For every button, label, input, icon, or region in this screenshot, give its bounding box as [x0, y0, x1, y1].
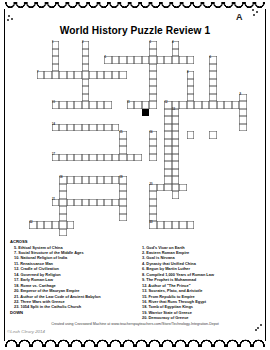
grid-cell[interactable] — [187, 79, 195, 87]
grid-cell[interactable] — [149, 49, 157, 57]
void-cell — [134, 124, 142, 132]
grid-cell[interactable] — [37, 221, 45, 229]
grid-cell[interactable]: 10 — [52, 101, 60, 109]
void-cell — [89, 191, 97, 199]
void-cell — [172, 214, 180, 222]
void-cell — [142, 94, 150, 102]
void-cell — [164, 229, 172, 237]
grid-cell[interactable] — [82, 154, 90, 162]
void-cell — [52, 169, 60, 177]
grid-cell[interactable]: 16 — [149, 131, 157, 139]
void-cell — [74, 206, 82, 214]
void-cell — [172, 94, 180, 102]
grid-cell[interactable] — [67, 124, 75, 132]
grid-cell[interactable] — [239, 116, 247, 124]
void-cell — [134, 161, 142, 169]
void-cell — [97, 109, 105, 117]
grid-cell[interactable] — [239, 101, 247, 109]
grid-cell[interactable] — [149, 86, 157, 94]
grid-cell[interactable]: 21 — [52, 199, 60, 207]
grid-cell[interactable]: 18 — [59, 176, 67, 184]
grid-cell[interactable] — [164, 116, 172, 124]
grid-cell[interactable] — [239, 109, 247, 117]
void-cell — [194, 184, 202, 192]
grid-cell[interactable] — [74, 154, 82, 162]
void-cell — [44, 229, 52, 237]
void-cell — [239, 169, 247, 177]
void-cell — [119, 94, 127, 102]
grid-cell[interactable]: 7 — [37, 71, 45, 79]
grid-cell[interactable] — [209, 101, 217, 109]
clue-number: 10 — [52, 101, 55, 104]
grid-cell[interactable] — [187, 221, 195, 229]
void-cell — [194, 176, 202, 184]
grid-cell[interactable] — [82, 49, 90, 57]
grid-cell[interactable] — [44, 221, 52, 229]
grid-cell[interactable] — [209, 86, 217, 94]
grid-cell[interactable] — [104, 124, 112, 132]
grid-cell[interactable] — [164, 124, 172, 132]
grid-cell[interactable]: 13 — [172, 109, 180, 117]
grid-cell[interactable] — [149, 94, 157, 102]
void-cell — [224, 146, 232, 154]
grid-cell[interactable] — [67, 154, 75, 162]
void-cell — [179, 154, 187, 162]
grid-cell[interactable] — [89, 71, 97, 79]
void-cell — [59, 109, 67, 117]
grid-cell[interactable] — [149, 139, 157, 147]
grid-cell[interactable] — [59, 229, 67, 237]
void-cell — [142, 79, 150, 87]
grid-cell[interactable] — [74, 124, 82, 132]
grid-cell[interactable]: 19 — [119, 176, 127, 184]
grid-cell[interactable] — [119, 56, 127, 64]
void-cell — [119, 221, 127, 229]
void-cell — [157, 146, 165, 154]
grid-cell[interactable] — [112, 176, 120, 184]
grid-cell[interactable] — [187, 94, 195, 102]
void-cell — [119, 109, 127, 117]
void-cell — [59, 161, 67, 169]
void-cell — [164, 86, 172, 94]
grid-cell[interactable] — [52, 56, 60, 64]
grid-cell[interactable] — [119, 199, 127, 207]
grid-cell[interactable]: 2 — [82, 41, 90, 49]
grid-cell[interactable] — [82, 101, 90, 109]
void-cell — [194, 86, 202, 94]
void-cell — [127, 116, 135, 124]
void-cell — [239, 206, 247, 214]
grid-cell[interactable]: 3 — [149, 41, 157, 49]
void-cell — [37, 191, 45, 199]
void-cell — [89, 206, 97, 214]
grid-cell[interactable] — [134, 154, 142, 162]
grid-cell[interactable] — [112, 154, 120, 162]
grid-cell[interactable] — [134, 56, 142, 64]
void-cell — [187, 146, 195, 154]
grid-cell[interactable] — [164, 169, 172, 177]
grid-cell[interactable] — [209, 79, 217, 87]
void-cell — [209, 154, 217, 162]
grid-cell[interactable] — [172, 139, 180, 147]
void-cell — [194, 221, 202, 229]
void-cell — [217, 71, 225, 79]
grid-cell[interactable] — [172, 161, 180, 169]
grid-cell[interactable] — [97, 71, 105, 79]
grid-cell[interactable] — [209, 131, 217, 139]
void-cell — [239, 184, 247, 192]
void-cell — [37, 56, 45, 64]
grid-cell[interactable] — [164, 109, 172, 117]
void-cell — [104, 86, 112, 94]
grid-cell[interactable] — [149, 79, 157, 87]
grid-cell[interactable] — [194, 101, 202, 109]
grid-cell[interactable] — [239, 124, 247, 132]
grid-cell[interactable] — [164, 221, 172, 229]
void-cell — [89, 146, 97, 154]
grid-cell[interactable] — [104, 199, 112, 207]
void-cell — [37, 184, 45, 192]
grid-cell[interactable]: 5 — [104, 56, 112, 64]
grid-cell[interactable] — [179, 184, 187, 192]
void-cell — [157, 176, 165, 184]
void-cell — [209, 109, 217, 117]
grid-cell[interactable] — [187, 131, 195, 139]
grid-cell[interactable] — [59, 206, 67, 214]
grid-cell[interactable] — [157, 221, 165, 229]
void-cell — [217, 131, 225, 139]
void-cell — [67, 86, 75, 94]
grid-cell[interactable] — [59, 221, 67, 229]
void-cell — [194, 71, 202, 79]
grid-cell[interactable] — [164, 176, 172, 184]
grid-cell[interactable] — [89, 176, 97, 184]
grid-cell[interactable] — [74, 176, 82, 184]
void-cell — [89, 131, 97, 139]
void-cell — [179, 109, 187, 117]
grid-cell[interactable] — [52, 71, 60, 79]
grid-cell[interactable] — [172, 131, 180, 139]
void-cell — [37, 86, 45, 94]
void-cell — [134, 109, 142, 117]
grid-cell[interactable] — [149, 146, 157, 154]
grid-cell[interactable] — [82, 56, 90, 64]
grid-cell[interactable] — [59, 191, 67, 199]
void-cell — [224, 154, 232, 162]
void-cell — [239, 56, 247, 64]
grid-cell[interactable] — [104, 101, 112, 109]
void-cell — [97, 169, 105, 177]
grid-cell[interactable]: 12 — [164, 101, 172, 109]
grid-cell[interactable] — [209, 71, 217, 79]
grid-cell[interactable] — [119, 206, 127, 214]
grid-cell[interactable] — [179, 56, 187, 64]
grid-cell[interactable] — [172, 221, 180, 229]
grid-cell[interactable]: 14 — [52, 124, 60, 132]
void-cell — [112, 214, 120, 222]
void-cell — [232, 176, 240, 184]
grid-cell[interactable]: 4 — [172, 41, 180, 49]
grid-cell[interactable] — [59, 184, 67, 192]
grid-cell[interactable] — [172, 176, 180, 184]
void-cell — [224, 116, 232, 124]
grid-cell[interactable] — [89, 124, 97, 132]
grid-cell[interactable] — [74, 71, 82, 79]
grid-cell[interactable] — [59, 154, 67, 162]
void-cell — [29, 184, 37, 192]
void-cell — [29, 146, 37, 154]
grid-cell[interactable] — [119, 146, 127, 154]
grid-cell[interactable] — [74, 101, 82, 109]
grid-cell[interactable] — [149, 206, 157, 214]
clue-number: 17 — [52, 153, 55, 156]
void-cell — [232, 161, 240, 169]
grid-cell[interactable] — [172, 184, 180, 192]
grid-cell[interactable] — [127, 56, 135, 64]
grid-cell[interactable]: 8 — [187, 71, 195, 79]
void-cell — [232, 154, 240, 162]
void-cell — [89, 41, 97, 49]
grid-cell[interactable] — [172, 49, 180, 57]
grid-cell[interactable] — [149, 71, 157, 79]
void-cell — [97, 184, 105, 192]
grid-cell[interactable]: 20 — [149, 184, 157, 192]
void-cell — [97, 221, 105, 229]
grid-cell[interactable] — [44, 71, 52, 79]
grid-cell[interactable] — [97, 124, 105, 132]
grid-cell[interactable] — [74, 199, 82, 207]
grid-cell[interactable] — [232, 101, 240, 109]
grid-cell[interactable]: 22 — [29, 221, 37, 229]
void-cell — [29, 206, 37, 214]
grid-cell[interactable] — [119, 191, 127, 199]
void-cell — [134, 229, 142, 237]
void-cell — [224, 221, 232, 229]
grid-cell[interactable] — [134, 101, 142, 109]
void-cell — [82, 184, 90, 192]
void-cell — [134, 41, 142, 49]
grid-cell[interactable] — [67, 101, 75, 109]
grid-cell[interactable] — [67, 176, 75, 184]
void-cell — [149, 161, 157, 169]
void-cell — [89, 79, 97, 87]
grid-cell[interactable] — [179, 101, 187, 109]
void-cell — [52, 184, 60, 192]
grid-cell[interactable] — [112, 124, 120, 132]
void-cell — [142, 221, 150, 229]
grid-cell[interactable] — [52, 49, 60, 57]
grid-cell[interactable] — [59, 124, 67, 132]
void-cell — [232, 116, 240, 124]
grid-cell[interactable] — [119, 184, 127, 192]
grid-cell[interactable] — [82, 124, 90, 132]
grid-cell[interactable] — [209, 94, 217, 102]
grid-cell[interactable] — [82, 79, 90, 87]
grid-cell[interactable] — [97, 101, 105, 109]
grid-cell[interactable] — [112, 199, 120, 207]
void-cell — [89, 49, 97, 57]
grid-cell[interactable] — [164, 146, 172, 154]
grid-cell[interactable] — [157, 56, 165, 64]
grid-cell[interactable] — [149, 191, 157, 199]
clue-number: 14 — [52, 123, 55, 126]
void-cell — [172, 64, 180, 72]
grid-cell[interactable] — [89, 101, 97, 109]
grid-cell[interactable] — [172, 146, 180, 154]
grid-cell[interactable] — [164, 161, 172, 169]
void-cell — [239, 214, 247, 222]
grid-cell[interactable] — [179, 221, 187, 229]
void-cell — [127, 176, 135, 184]
void-cell — [97, 139, 105, 147]
void-cell — [217, 214, 225, 222]
void-cell — [37, 146, 45, 154]
grid-cell[interactable] — [209, 64, 217, 72]
grid-cell[interactable] — [149, 154, 157, 162]
grid-cell[interactable] — [149, 199, 157, 207]
grid-cell[interactable] — [119, 154, 127, 162]
void-cell — [232, 191, 240, 199]
void-cell — [179, 161, 187, 169]
void-cell — [97, 56, 105, 64]
void-cell — [217, 86, 225, 94]
grid-cell[interactable] — [97, 176, 105, 184]
void-cell — [89, 94, 97, 102]
grid-cell[interactable] — [149, 101, 157, 109]
void-cell — [142, 176, 150, 184]
grid-cell[interactable] — [104, 176, 112, 184]
grid-cell[interactable] — [67, 71, 75, 79]
grid-cell[interactable] — [59, 101, 67, 109]
void-cell — [194, 139, 202, 147]
grid-cell[interactable] — [52, 64, 60, 72]
void-cell — [37, 94, 45, 102]
grid-cell[interactable] — [67, 199, 75, 207]
void-cell — [59, 56, 67, 64]
void-cell — [164, 206, 172, 214]
grid-cell[interactable] — [82, 64, 90, 72]
grid-cell[interactable] — [224, 101, 232, 109]
void-cell — [104, 116, 112, 124]
grid-cell[interactable] — [127, 154, 135, 162]
grid-cell[interactable]: 17 — [52, 154, 60, 162]
grid-cell[interactable] — [142, 101, 150, 109]
corner-dots-top-right — [252, 9, 254, 11]
void-cell — [142, 169, 150, 177]
void-cell — [232, 214, 240, 222]
grid-cell[interactable]: 15 — [119, 131, 127, 139]
grid-cell[interactable] — [172, 116, 180, 124]
grid-cell[interactable] — [172, 124, 180, 132]
void-cell — [29, 191, 37, 199]
void-cell — [149, 109, 157, 117]
void-cell — [97, 146, 105, 154]
grid-cell[interactable] — [97, 199, 105, 207]
grid-cell[interactable] — [119, 214, 127, 222]
grid-cell[interactable] — [172, 56, 180, 64]
grid-cell[interactable] — [187, 101, 195, 109]
grid-cell[interactable] — [97, 154, 105, 162]
void-cell — [224, 71, 232, 79]
void-cell — [202, 214, 210, 222]
grid-cell[interactable] — [82, 71, 90, 79]
grid-cell[interactable] — [164, 56, 172, 64]
void-cell — [142, 124, 150, 132]
grid-cell[interactable] — [82, 199, 90, 207]
void-cell — [97, 116, 105, 124]
grid-cell[interactable]: 6 — [209, 56, 217, 64]
grid-cell[interactable] — [112, 56, 120, 64]
grid-cell[interactable] — [52, 221, 60, 229]
void-cell — [52, 79, 60, 87]
clue-number: 5 — [105, 56, 107, 59]
grid-cell[interactable] — [164, 184, 172, 192]
grid-cell[interactable] — [59, 199, 67, 207]
void-cell — [224, 199, 232, 207]
void-cell — [82, 116, 90, 124]
grid-cell[interactable] — [149, 56, 157, 64]
grid-cell[interactable] — [112, 71, 120, 79]
void-cell — [142, 71, 150, 79]
grid-cell[interactable] — [164, 131, 172, 139]
void-cell — [187, 139, 195, 147]
grid-cell[interactable] — [89, 199, 97, 207]
grid-cell[interactable] — [82, 94, 90, 102]
grid-cell[interactable] — [172, 169, 180, 177]
void-cell — [82, 109, 90, 117]
grid-cell[interactable] — [82, 176, 90, 184]
void-cell — [239, 131, 247, 139]
grid-cell[interactable] — [172, 191, 180, 199]
grid-cell[interactable] — [59, 214, 67, 222]
void-cell — [179, 176, 187, 184]
grid-cell[interactable] — [119, 139, 127, 147]
void-cell — [142, 49, 150, 57]
grid-cell[interactable] — [59, 71, 67, 79]
void-cell — [104, 64, 112, 72]
grid-cell[interactable] — [164, 154, 172, 162]
grid-cell[interactable] — [217, 101, 225, 109]
grid-cell[interactable]: 1 — [52, 41, 60, 49]
grid-cell[interactable] — [67, 221, 75, 229]
void-cell — [112, 79, 120, 87]
grid-cell[interactable] — [187, 86, 195, 94]
grid-cell[interactable]: 11 — [127, 101, 135, 109]
grid-cell[interactable] — [104, 71, 112, 79]
void-cell — [37, 161, 45, 169]
void-cell — [44, 49, 52, 57]
grid-cell[interactable]: 23 — [149, 221, 157, 229]
grid-cell[interactable] — [202, 101, 210, 109]
grid-cell[interactable] — [142, 56, 150, 64]
void-cell — [127, 49, 135, 57]
corner-dots-top-left — [8, 15, 10, 17]
grid-cell[interactable] — [104, 154, 112, 162]
grid-cell[interactable] — [82, 86, 90, 94]
grid-cell[interactable]: 9 — [239, 94, 247, 102]
void-cell — [119, 229, 127, 237]
grid-cell[interactable] — [119, 71, 127, 79]
grid-cell[interactable] — [187, 56, 195, 64]
void-cell — [194, 94, 202, 102]
grid-cell[interactable] — [89, 154, 97, 162]
grid-cell[interactable] — [172, 154, 180, 162]
grid-cell[interactable] — [164, 139, 172, 147]
grid-cell[interactable] — [157, 184, 165, 192]
grid-cell[interactable] — [149, 64, 157, 72]
void-cell — [59, 131, 67, 139]
void-cell — [74, 184, 82, 192]
